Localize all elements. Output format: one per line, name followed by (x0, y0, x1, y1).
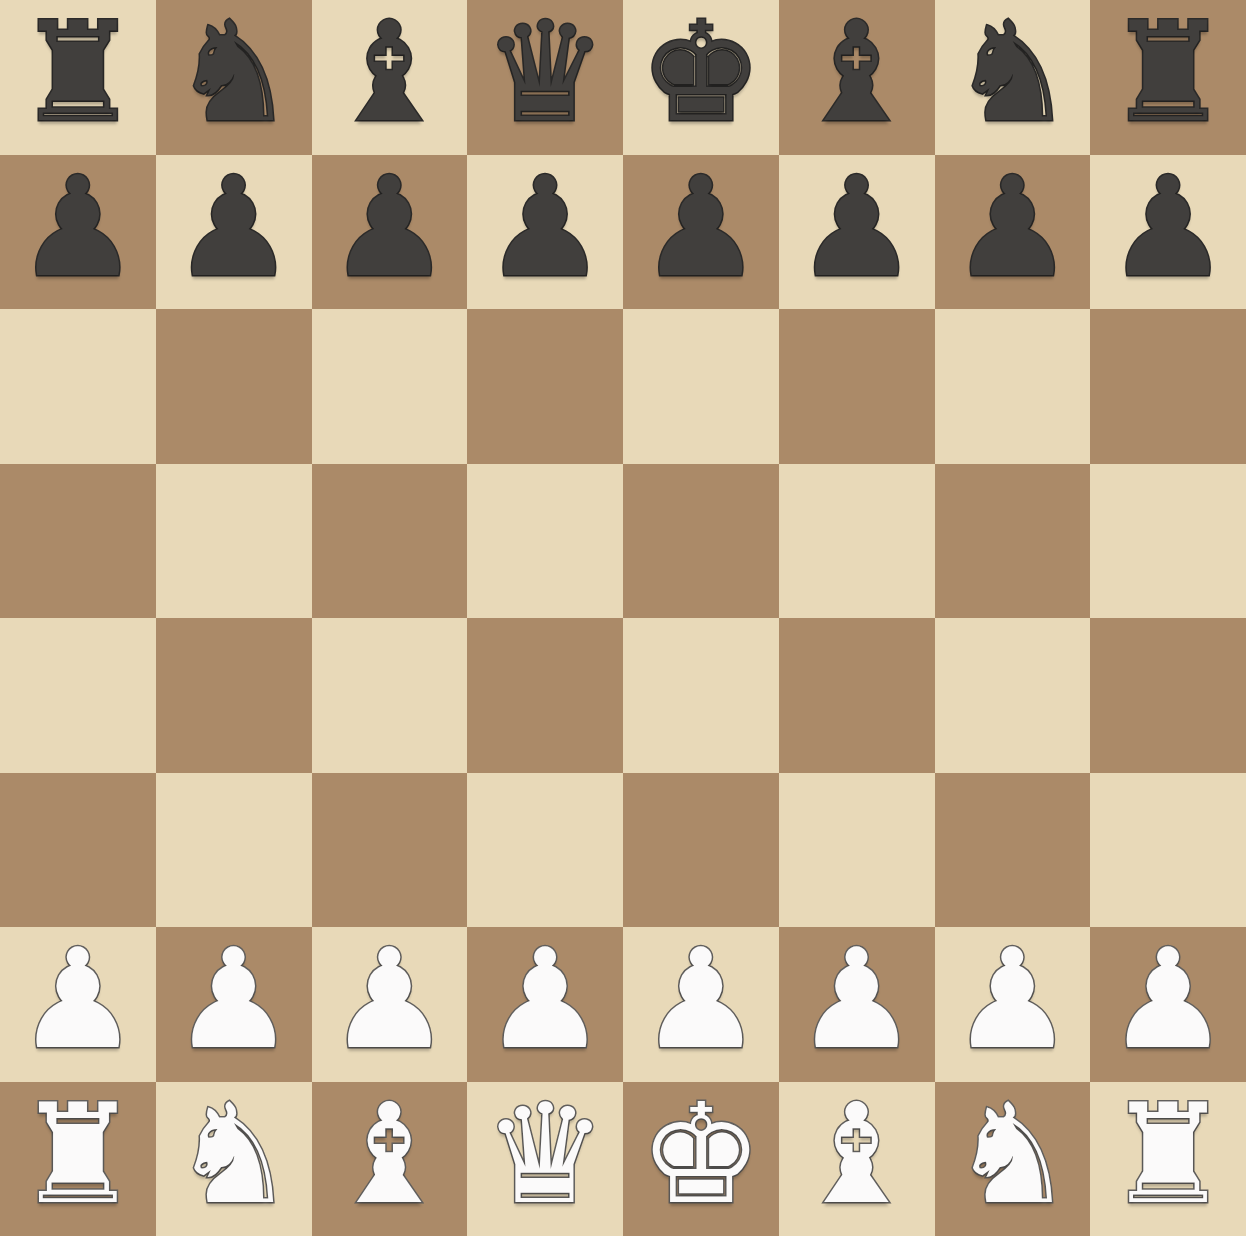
square-f1[interactable]: ♝ (779, 1082, 935, 1236)
square-h4[interactable] (1090, 618, 1246, 773)
square-a7[interactable]: ♟ (0, 155, 156, 310)
square-g2[interactable]: ♟ (935, 927, 1091, 1082)
black-pawn-piece[interactable]: ♟ (1106, 159, 1230, 297)
white-pawn-piece[interactable]: ♟ (328, 931, 452, 1069)
square-b3[interactable] (156, 773, 312, 928)
square-c5[interactable] (312, 464, 468, 619)
square-f3[interactable] (779, 773, 935, 928)
square-d7[interactable]: ♟ (467, 155, 623, 310)
square-e6[interactable] (623, 309, 779, 464)
black-knight-piece[interactable]: ♞ (172, 4, 296, 142)
square-e5[interactable] (623, 464, 779, 619)
square-g3[interactable] (935, 773, 1091, 928)
square-f4[interactable] (779, 618, 935, 773)
black-rook-piece[interactable]: ♜ (16, 4, 140, 142)
square-g1[interactable]: ♞ (935, 1082, 1091, 1236)
square-f5[interactable] (779, 464, 935, 619)
square-e1[interactable]: ♚ (623, 1082, 779, 1236)
square-d6[interactable] (467, 309, 623, 464)
white-pawn-piece[interactable]: ♟ (639, 931, 763, 1069)
white-knight-piece[interactable]: ♞ (172, 1086, 296, 1224)
square-g5[interactable] (935, 464, 1091, 619)
white-pawn-piece[interactable]: ♟ (1106, 931, 1230, 1069)
white-queen-piece[interactable]: ♛ (483, 1086, 607, 1224)
square-a1[interactable]: ♜ (0, 1082, 156, 1236)
square-b5[interactable] (156, 464, 312, 619)
square-a4[interactable] (0, 618, 156, 773)
square-d3[interactable] (467, 773, 623, 928)
square-e3[interactable] (623, 773, 779, 928)
square-c8[interactable]: ♝ (312, 0, 468, 155)
square-f7[interactable]: ♟ (779, 155, 935, 310)
square-h2[interactable]: ♟ (1090, 927, 1246, 1082)
square-f6[interactable] (779, 309, 935, 464)
square-e2[interactable]: ♟ (623, 927, 779, 1082)
white-pawn-piece[interactable]: ♟ (483, 931, 607, 1069)
square-d8[interactable]: ♛ (467, 0, 623, 155)
square-d5[interactable] (467, 464, 623, 619)
square-g7[interactable]: ♟ (935, 155, 1091, 310)
square-c3[interactable] (312, 773, 468, 928)
square-g6[interactable] (935, 309, 1091, 464)
black-pawn-piece[interactable]: ♟ (483, 159, 607, 297)
white-bishop-piece[interactable]: ♝ (328, 1086, 452, 1224)
white-rook-piece[interactable]: ♜ (1106, 1086, 1230, 1224)
square-h3[interactable] (1090, 773, 1246, 928)
square-c6[interactable] (312, 309, 468, 464)
square-d4[interactable] (467, 618, 623, 773)
square-h8[interactable]: ♜ (1090, 0, 1246, 155)
square-a2[interactable]: ♟ (0, 927, 156, 1082)
black-queen-piece[interactable]: ♛ (483, 4, 607, 142)
chess-board: ♜♞♝♛♚♝♞♜♟♟♟♟♟♟♟♟♟♟♟♟♟♟♟♟♜♞♝♛♚♝♞♜ (0, 0, 1246, 1236)
white-pawn-piece[interactable]: ♟ (172, 931, 296, 1069)
white-king-piece[interactable]: ♚ (639, 1086, 763, 1224)
white-bishop-piece[interactable]: ♝ (795, 1086, 919, 1224)
square-h7[interactable]: ♟ (1090, 155, 1246, 310)
black-pawn-piece[interactable]: ♟ (16, 159, 140, 297)
square-c4[interactable] (312, 618, 468, 773)
square-b4[interactable] (156, 618, 312, 773)
black-rook-piece[interactable]: ♜ (1106, 4, 1230, 142)
square-a6[interactable] (0, 309, 156, 464)
white-pawn-piece[interactable]: ♟ (951, 931, 1075, 1069)
black-knight-piece[interactable]: ♞ (951, 4, 1075, 142)
square-b6[interactable] (156, 309, 312, 464)
square-a3[interactable] (0, 773, 156, 928)
white-pawn-piece[interactable]: ♟ (795, 931, 919, 1069)
square-c7[interactable]: ♟ (312, 155, 468, 310)
white-knight-piece[interactable]: ♞ (951, 1086, 1075, 1224)
square-b8[interactable]: ♞ (156, 0, 312, 155)
square-b7[interactable]: ♟ (156, 155, 312, 310)
black-pawn-piece[interactable]: ♟ (639, 159, 763, 297)
square-f8[interactable]: ♝ (779, 0, 935, 155)
square-c2[interactable]: ♟ (312, 927, 468, 1082)
square-b2[interactable]: ♟ (156, 927, 312, 1082)
square-h1[interactable]: ♜ (1090, 1082, 1246, 1236)
black-pawn-piece[interactable]: ♟ (328, 159, 452, 297)
black-pawn-piece[interactable]: ♟ (951, 159, 1075, 297)
square-d1[interactable]: ♛ (467, 1082, 623, 1236)
square-e8[interactable]: ♚ (623, 0, 779, 155)
white-rook-piece[interactable]: ♜ (16, 1086, 140, 1224)
black-bishop-piece[interactable]: ♝ (328, 4, 452, 142)
black-king-piece[interactable]: ♚ (639, 4, 763, 142)
square-c1[interactable]: ♝ (312, 1082, 468, 1236)
square-h5[interactable] (1090, 464, 1246, 619)
square-h6[interactable] (1090, 309, 1246, 464)
square-e7[interactable]: ♟ (623, 155, 779, 310)
square-g4[interactable] (935, 618, 1091, 773)
square-b1[interactable]: ♞ (156, 1082, 312, 1236)
square-a8[interactable]: ♜ (0, 0, 156, 155)
white-pawn-piece[interactable]: ♟ (16, 931, 140, 1069)
black-pawn-piece[interactable]: ♟ (795, 159, 919, 297)
square-d2[interactable]: ♟ (467, 927, 623, 1082)
square-e4[interactable] (623, 618, 779, 773)
square-f2[interactable]: ♟ (779, 927, 935, 1082)
square-a5[interactable] (0, 464, 156, 619)
square-g8[interactable]: ♞ (935, 0, 1091, 155)
black-bishop-piece[interactable]: ♝ (795, 4, 919, 142)
black-pawn-piece[interactable]: ♟ (172, 159, 296, 297)
